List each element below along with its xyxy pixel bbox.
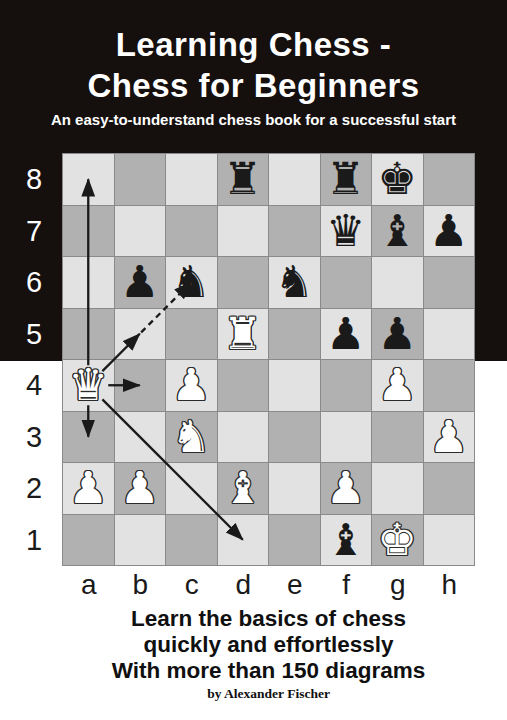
- square-d2: ♝: [218, 463, 269, 514]
- square-h1: [424, 515, 475, 566]
- square-h5: [424, 309, 475, 360]
- square-b4: [115, 360, 166, 411]
- tagline-line3: With more than 150 diagrams: [62, 658, 475, 684]
- square-f2: ♟: [321, 463, 372, 514]
- black-knight-e6: ♞: [275, 260, 314, 304]
- square-c7: [166, 206, 217, 257]
- square-g4: ♟: [372, 360, 423, 411]
- square-a2: ♟: [63, 463, 114, 514]
- square-h4: [424, 360, 475, 411]
- black-rook-d8: ♜: [223, 157, 262, 201]
- white-pawn-h3: ♟: [429, 415, 468, 459]
- square-c5: [166, 309, 217, 360]
- file-label-d: d: [218, 568, 270, 602]
- book-title-line1: Learning Chess -: [0, 24, 507, 65]
- rank-label-7: 7: [16, 206, 52, 257]
- square-e8: [269, 154, 320, 205]
- square-e3: [269, 412, 320, 463]
- square-d4: [218, 360, 269, 411]
- square-e2: [269, 463, 320, 514]
- white-bishop-d2: ♝: [223, 466, 262, 510]
- file-label-b: b: [115, 568, 167, 602]
- square-h8: [424, 154, 475, 205]
- square-f7: ♛: [321, 206, 372, 257]
- file-label-c: c: [166, 568, 218, 602]
- file-label-h: h: [424, 568, 476, 602]
- square-d7: [218, 206, 269, 257]
- rank-label-4: 4: [16, 360, 52, 411]
- square-b3: [115, 412, 166, 463]
- black-pawn-f5: ♟: [326, 312, 365, 356]
- square-d5: ♜: [218, 309, 269, 360]
- square-a7: [63, 206, 114, 257]
- square-a4: ♛: [63, 360, 114, 411]
- square-g8: ♚: [372, 154, 423, 205]
- square-b6: ♟: [115, 257, 166, 308]
- square-b1: [115, 515, 166, 566]
- square-g2: [372, 463, 423, 514]
- white-pawn-f2: ♟: [326, 466, 365, 510]
- rank-label-3: 3: [16, 412, 52, 463]
- square-e1: [269, 515, 320, 566]
- white-queen-a4: ♛: [69, 363, 108, 407]
- rank-label-2: 2: [16, 463, 52, 514]
- black-king-g8: ♚: [378, 157, 417, 201]
- black-bishop-g7: ♝: [378, 209, 417, 253]
- white-pawn-b2: ♟: [120, 466, 159, 510]
- black-knight-c6: ♞: [172, 260, 211, 304]
- rank-label-8: 8: [16, 154, 52, 205]
- square-b5: [115, 309, 166, 360]
- square-f8: ♜: [321, 154, 372, 205]
- square-d6: [218, 257, 269, 308]
- white-rook-d5: ♜: [223, 312, 262, 356]
- file-label-g: g: [372, 568, 424, 602]
- square-f5: ♟: [321, 309, 372, 360]
- square-f6: [321, 257, 372, 308]
- square-g7: ♝: [372, 206, 423, 257]
- black-pawn-b6: ♟: [120, 260, 159, 304]
- square-d1: [218, 515, 269, 566]
- square-e5: [269, 309, 320, 360]
- square-e6: ♞: [269, 257, 320, 308]
- author-byline: by Alexander Fischer: [62, 686, 475, 702]
- square-e7: [269, 206, 320, 257]
- white-knight-c3: ♞: [172, 415, 211, 459]
- square-b2: ♟: [115, 463, 166, 514]
- white-pawn-g4: ♟: [378, 363, 417, 407]
- tagline-line1: Learn the basics of chess: [62, 606, 475, 632]
- black-queen-f7: ♛: [326, 209, 365, 253]
- tagline-line2: quickly and effortlessly: [62, 632, 475, 658]
- square-f3: [321, 412, 372, 463]
- square-a3: [63, 412, 114, 463]
- book-subtitle: An easy-to-understand chess book for a s…: [0, 111, 507, 128]
- file-label-a: a: [63, 568, 115, 602]
- square-d3: [218, 412, 269, 463]
- square-c6: ♞: [166, 257, 217, 308]
- square-h7: ♟: [424, 206, 475, 257]
- square-a8: [63, 154, 114, 205]
- square-g1: ♚: [372, 515, 423, 566]
- file-label-e: e: [269, 568, 321, 602]
- square-c8: [166, 154, 217, 205]
- square-e4: [269, 360, 320, 411]
- square-f4: [321, 360, 372, 411]
- rank-label-5: 5: [16, 309, 52, 360]
- square-d8: ♜: [218, 154, 269, 205]
- square-c3: ♞: [166, 412, 217, 463]
- square-h2: [424, 463, 475, 514]
- black-bishop-f1: ♝: [326, 518, 365, 562]
- square-c1: [166, 515, 217, 566]
- white-pawn-c4: ♟: [172, 363, 211, 407]
- black-pawn-h7: ♟: [429, 209, 468, 253]
- square-h3: ♟: [424, 412, 475, 463]
- square-a6: [63, 257, 114, 308]
- file-label-f: f: [321, 568, 373, 602]
- book-title: Learning Chess - Chess for Beginners: [0, 24, 507, 106]
- square-b7: [115, 206, 166, 257]
- square-a5: [63, 309, 114, 360]
- black-pawn-g5: ♟: [378, 312, 417, 356]
- square-g3: [372, 412, 423, 463]
- book-title-line2: Chess for Beginners: [0, 65, 507, 106]
- square-b8: [115, 154, 166, 205]
- square-g5: ♟: [372, 309, 423, 360]
- square-a1: [63, 515, 114, 566]
- square-g6: [372, 257, 423, 308]
- square-f1: ♝: [321, 515, 372, 566]
- square-c2: [166, 463, 217, 514]
- rank-label-6: 6: [16, 257, 52, 308]
- rank-label-1: 1: [16, 515, 52, 566]
- square-c4: ♟: [166, 360, 217, 411]
- cover-tagline: Learn the basics of chess quickly and ef…: [62, 606, 475, 684]
- white-king-g1: ♚: [378, 518, 417, 562]
- chess-board: ♜♜♚♛♝♟♟♞♞♜♟♟♛♟♟♞♟♟♟♝♟♝♚: [62, 153, 475, 566]
- white-pawn-a2: ♟: [69, 466, 108, 510]
- book-cover: Learning Chess - Chess for Beginners An …: [0, 0, 507, 720]
- square-h6: [424, 257, 475, 308]
- black-rook-f8: ♜: [326, 157, 365, 201]
